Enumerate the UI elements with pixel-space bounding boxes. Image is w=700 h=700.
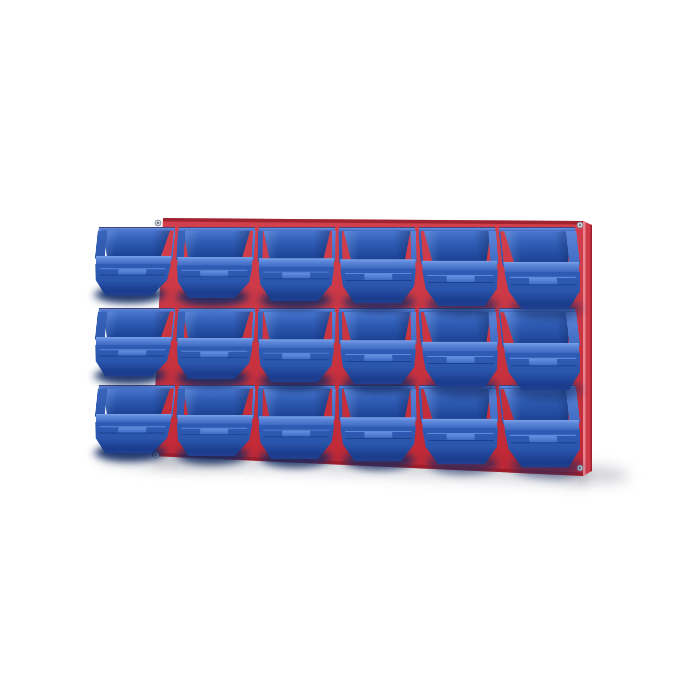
bin-front-rim (176, 257, 254, 266)
bin-cavity (263, 388, 331, 418)
bin-front-rim (502, 343, 580, 354)
bin-front-rim (258, 258, 335, 268)
bin-cavity (100, 388, 170, 415)
bin-bottom-lip (259, 284, 333, 301)
bin-cavity (182, 230, 251, 258)
panel-edge-highlight (583, 221, 586, 476)
bin-back-rim (179, 227, 256, 231)
bin-back-rim (339, 227, 416, 231)
storage-bin-r1-c6 (498, 227, 585, 310)
bin-cavity (504, 230, 575, 263)
storage-bin-r3-c3 (257, 385, 336, 459)
bin-bottom-lip (259, 442, 333, 459)
panel-screw-top-left (155, 220, 161, 226)
bin-bottom-lip (93, 361, 168, 377)
storage-bin-r1-c3 (257, 227, 336, 301)
bin-front-rim (421, 418, 499, 428)
bin-label-tab (118, 269, 147, 274)
bin-front-rim (421, 260, 499, 270)
bin-front-rim (94, 337, 172, 346)
bin-label-tab (529, 359, 558, 366)
bin-label-tab (200, 352, 228, 358)
storage-bin-r1-c1 (91, 227, 176, 296)
bin-label-tab (282, 354, 310, 360)
bin-cavity (344, 230, 412, 261)
bin-cavity (263, 311, 331, 341)
bin-back-rim (98, 308, 175, 312)
storage-bin-r2-c4 (338, 308, 418, 384)
bin-label-tab (446, 276, 475, 282)
bin-label-tab (118, 350, 147, 355)
bin-bottom-lip (93, 280, 168, 296)
bin-bottom-lip (342, 444, 416, 462)
storage-bin-r1-c2 (174, 227, 256, 298)
bin-bottom-lip (93, 438, 168, 454)
storage-bin-r2-c1 (91, 308, 176, 377)
bin-cavity (182, 311, 251, 339)
storage-bin-r2-c5 (418, 308, 502, 388)
bin-label-tab (364, 274, 392, 280)
bin-front-rim (421, 341, 499, 351)
storage-bin-r2-c2 (174, 308, 256, 379)
bin-cavity (263, 230, 331, 260)
bin-label-tab (364, 432, 392, 438)
bin-front-rim (339, 259, 417, 269)
storage-bin-r1-c5 (418, 227, 502, 307)
bin-bottom-lip (425, 446, 500, 464)
storage-bins-grid (98, 227, 580, 489)
bin-bottom-lip (425, 369, 500, 387)
bin-cavity (100, 230, 170, 257)
storage-bin-r2-c6 (498, 308, 585, 391)
bin-back-rim (499, 227, 576, 232)
bin-back-rim (419, 227, 496, 231)
bin-front-rim (176, 415, 254, 424)
bin-cavity (424, 311, 493, 343)
panel-edge-dark (591, 225, 593, 472)
bin-cavity (424, 230, 493, 262)
bin-bottom-lip (342, 367, 416, 385)
bin-label-tab (529, 436, 558, 443)
storage-bin-r3-c2 (174, 385, 256, 456)
storage-bin-r3-c1 (91, 385, 176, 454)
bin-front-rim (258, 339, 335, 349)
bin-bottom-lip (176, 363, 250, 379)
bin-back-rim (98, 385, 175, 389)
bin-label-tab (529, 278, 558, 285)
bin-bottom-lip (425, 288, 500, 306)
product-photo-scene (0, 0, 700, 700)
bin-cavity (100, 311, 170, 338)
bin-label-tab (446, 357, 475, 363)
bin-cavity (182, 388, 251, 416)
bin-back-rim (179, 308, 256, 312)
bin-label-tab (282, 431, 310, 437)
storage-bin-r3-c4 (338, 385, 418, 461)
bin-bottom-lip (508, 372, 584, 391)
storage-bin-r1-c4 (338, 227, 418, 303)
bin-front-rim (502, 262, 580, 273)
bin-bottom-lip (508, 449, 584, 468)
bin-label-tab (446, 434, 475, 440)
bin-label-tab (282, 273, 310, 279)
bin-front-rim (94, 414, 172, 423)
bin-bottom-lip (259, 365, 333, 382)
bin-label-tab (364, 355, 392, 361)
bin-back-rim (98, 227, 175, 231)
bin-label-tab (200, 271, 228, 277)
bin-front-rim (258, 416, 335, 426)
bin-front-rim (502, 420, 580, 431)
bin-front-rim (339, 417, 417, 427)
bin-label-tab (200, 429, 228, 435)
bin-bottom-lip (508, 291, 584, 310)
bin-back-rim (259, 227, 336, 231)
bin-bottom-lip (176, 440, 250, 456)
bin-front-rim (176, 338, 254, 347)
bin-cavity (344, 311, 412, 342)
bin-front-rim (94, 256, 172, 265)
bin-label-tab (118, 427, 147, 432)
bin-front-rim (339, 340, 417, 350)
storage-bin-r2-c3 (257, 308, 336, 382)
storage-bin-r3-c5 (418, 385, 502, 465)
bin-bottom-lip (342, 286, 416, 304)
bin-bottom-lip (176, 282, 250, 298)
